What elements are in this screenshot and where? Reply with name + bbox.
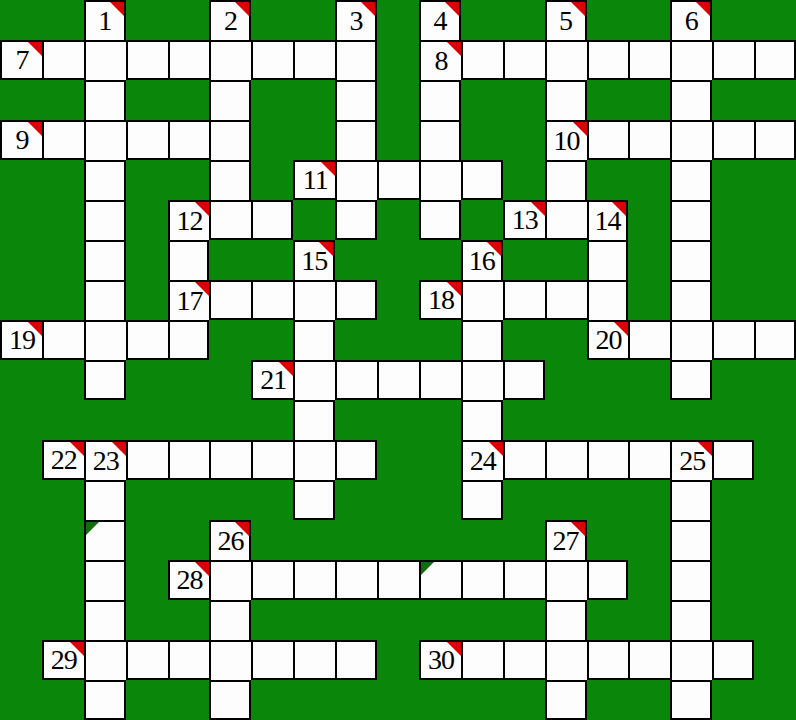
cell-r0-c10[interactable]: 4 — [419, 0, 461, 40]
cell-r5-c9 — [377, 200, 419, 240]
cell-r16-c18 — [754, 640, 796, 680]
cell-r7-c14[interactable] — [587, 280, 629, 320]
cell-r2-c3 — [126, 80, 168, 120]
cell-r6-c18 — [754, 240, 796, 280]
cell-r2-c5[interactable] — [209, 80, 251, 120]
cell-r1-c16[interactable] — [670, 40, 712, 80]
cell-r3-c16[interactable] — [670, 120, 712, 160]
cell-r8-c6 — [251, 320, 293, 360]
cell-r0-c1 — [42, 0, 84, 40]
clue-number-19: 19 — [2, 322, 42, 358]
cell-r8-c10 — [419, 320, 461, 360]
cell-r12-c15 — [628, 480, 670, 520]
cell-r4-c14 — [587, 160, 629, 200]
clue-number-20: 20 — [589, 322, 629, 358]
cell-r4-c4 — [168, 160, 210, 200]
cell-r12-c1 — [42, 480, 84, 520]
cell-r5-c5[interactable] — [209, 200, 251, 240]
cell-r7-c8[interactable] — [335, 280, 377, 320]
cell-r14-c2[interactable] — [84, 560, 126, 600]
cell-r2-c14 — [587, 80, 629, 120]
cell-r14-c11[interactable] — [461, 560, 503, 600]
cell-r17-c10 — [419, 680, 461, 720]
cell-r10-c14 — [587, 400, 629, 440]
cell-r5-c18 — [754, 200, 796, 240]
cell-r4-c1 — [42, 160, 84, 200]
cell-r16-c3[interactable] — [126, 640, 168, 680]
cell-r7-c1 — [42, 280, 84, 320]
cell-r17-c15 — [628, 680, 670, 720]
cell-r1-c11[interactable] — [461, 40, 503, 80]
cell-r3-c4[interactable] — [168, 120, 210, 160]
cell-r14-c7[interactable] — [293, 560, 335, 600]
cell-r6-c17 — [712, 240, 754, 280]
cell-r4-c10[interactable] — [419, 160, 461, 200]
cell-r10-c15 — [628, 400, 670, 440]
cell-r1-c3[interactable] — [126, 40, 168, 80]
cell-r7-c10[interactable]: 18 — [419, 280, 461, 320]
cell-r2-c0 — [0, 80, 42, 120]
cell-r16-c9 — [377, 640, 419, 680]
cell-r10-c5 — [209, 400, 251, 440]
cell-r8-c4[interactable] — [168, 320, 210, 360]
cell-r8-c11[interactable] — [461, 320, 503, 360]
cell-r2-c12 — [503, 80, 545, 120]
cell-r16-c16[interactable] — [670, 640, 712, 680]
cell-r8-c15[interactable] — [628, 320, 670, 360]
cell-r10-c7[interactable] — [293, 400, 335, 440]
cell-r8-c18[interactable] — [754, 320, 796, 360]
cell-r0-c13[interactable]: 5 — [545, 0, 587, 40]
cell-r9-c0 — [0, 360, 42, 400]
cell-r12-c11[interactable] — [461, 480, 503, 520]
cell-r15-c1 — [42, 600, 84, 640]
cell-r11-c9 — [377, 440, 419, 480]
cell-r11-c0 — [0, 440, 42, 480]
clue-number-30: 30 — [421, 642, 461, 678]
cell-r3-c2[interactable] — [84, 120, 126, 160]
cell-r8-c13 — [545, 320, 587, 360]
cell-r12-c10 — [419, 480, 461, 520]
cell-r11-c11[interactable]: 24 — [461, 440, 503, 480]
cell-r3-c17[interactable] — [712, 120, 754, 160]
cell-r16-c8[interactable] — [335, 640, 377, 680]
cell-r15-c6 — [251, 600, 293, 640]
cell-r14-c3 — [126, 560, 168, 600]
cell-r14-c9[interactable] — [377, 560, 419, 600]
cell-r14-c4[interactable]: 28 — [168, 560, 210, 600]
cell-r2-c1 — [42, 80, 84, 120]
cell-r3-c18[interactable] — [754, 120, 796, 160]
cell-r6-c14[interactable] — [587, 240, 629, 280]
cell-r13-c0 — [0, 520, 42, 560]
cell-r2-c10[interactable] — [419, 80, 461, 120]
cell-r9-c16[interactable] — [670, 360, 712, 400]
cell-r4-c2[interactable] — [84, 160, 126, 200]
cell-r15-c17 — [712, 600, 754, 640]
cell-r8-c1[interactable] — [42, 320, 84, 360]
cell-r3-c0[interactable]: 9 — [0, 120, 42, 160]
cell-r7-c15 — [628, 280, 670, 320]
cell-r6-c7[interactable]: 15 — [293, 240, 335, 280]
cell-r14-c15 — [628, 560, 670, 600]
cell-r7-c7[interactable] — [293, 280, 335, 320]
cell-r2-c2[interactable] — [84, 80, 126, 120]
cell-r10-c2 — [84, 400, 126, 440]
cell-r6-c3 — [126, 240, 168, 280]
cell-r7-c17 — [712, 280, 754, 320]
cell-r2-c9 — [377, 80, 419, 120]
cell-r16-c13[interactable] — [545, 640, 587, 680]
cell-r12-c0 — [0, 480, 42, 520]
cell-r2-c17 — [712, 80, 754, 120]
cell-r11-c12[interactable] — [503, 440, 545, 480]
cell-r11-c13[interactable] — [545, 440, 587, 480]
clue-number-1: 1 — [86, 2, 124, 40]
cell-r9-c11[interactable] — [461, 360, 503, 400]
cell-r11-c14[interactable] — [587, 440, 629, 480]
cell-r1-c7[interactable] — [293, 40, 335, 80]
clue-number-4: 4 — [421, 2, 459, 40]
cell-r11-c18 — [754, 440, 796, 480]
cell-r6-c11[interactable]: 16 — [461, 240, 503, 280]
cell-r5-c15 — [628, 200, 670, 240]
cell-r16-c4[interactable] — [168, 640, 210, 680]
cell-r16-c11[interactable] — [461, 640, 503, 680]
cell-r1-c1[interactable] — [42, 40, 84, 80]
cell-r14-c12[interactable] — [503, 560, 545, 600]
cell-r5-c0 — [0, 200, 42, 240]
cell-r0-c17 — [712, 0, 754, 40]
clue-number-11: 11 — [295, 162, 335, 198]
cell-r13-c13[interactable]: 27 — [545, 520, 587, 560]
cell-r8-c16[interactable] — [670, 320, 712, 360]
cell-r1-c4[interactable] — [168, 40, 210, 80]
clue-number-9: 9 — [2, 122, 42, 158]
cell-r7-c12[interactable] — [503, 280, 545, 320]
cell-r13-c1 — [42, 520, 84, 560]
cell-r14-c13[interactable] — [545, 560, 587, 600]
clue-number-22: 22 — [44, 442, 84, 478]
cell-r6-c16[interactable] — [670, 240, 712, 280]
cell-r9-c13 — [545, 360, 587, 400]
cell-r15-c15 — [628, 600, 670, 640]
cell-r7-c9 — [377, 280, 419, 320]
cell-r13-c18 — [754, 520, 796, 560]
cell-r13-c14 — [587, 520, 629, 560]
cell-r14-c1 — [42, 560, 84, 600]
cell-r12-c2[interactable] — [84, 480, 126, 520]
cell-r0-c0 — [0, 0, 42, 40]
cell-r11-c17[interactable] — [712, 440, 754, 480]
cell-r9-c7[interactable] — [293, 360, 335, 400]
cell-r15-c16[interactable] — [670, 600, 712, 640]
cell-r14-c0 — [0, 560, 42, 600]
cell-r15-c13[interactable] — [545, 600, 587, 640]
cell-r12-c13 — [545, 480, 587, 520]
cell-r1-c15[interactable] — [628, 40, 670, 80]
cell-r0-c3 — [126, 0, 168, 40]
cell-r0-c8[interactable]: 3 — [335, 0, 377, 40]
cell-r10-c13 — [545, 400, 587, 440]
cell-r7-c16[interactable] — [670, 280, 712, 320]
cell-r1-c6[interactable] — [251, 40, 293, 80]
cell-r15-c14 — [587, 600, 629, 640]
cell-r9-c8[interactable] — [335, 360, 377, 400]
cell-r16-c14[interactable] — [587, 640, 629, 680]
cell-r12-c3 — [126, 480, 168, 520]
cell-r1-c8[interactable] — [335, 40, 377, 80]
cell-r17-c1 — [42, 680, 84, 720]
cell-r5-c16[interactable] — [670, 200, 712, 240]
cell-r15-c12 — [503, 600, 545, 640]
cell-r4-c17 — [712, 160, 754, 200]
cell-r3-c3[interactable] — [126, 120, 168, 160]
cell-r6-c2[interactable] — [84, 240, 126, 280]
cell-r11-c1[interactable]: 22 — [42, 440, 84, 480]
cell-r5-c1 — [42, 200, 84, 240]
cell-r17-c7 — [293, 680, 335, 720]
cell-r6-c12 — [503, 240, 545, 280]
cell-r8-c3[interactable] — [126, 320, 168, 360]
cell-r14-c14[interactable] — [587, 560, 629, 600]
cell-r16-c7[interactable] — [293, 640, 335, 680]
cell-r13-c7 — [293, 520, 335, 560]
cell-r7-c2[interactable] — [84, 280, 126, 320]
cell-r9-c4 — [168, 360, 210, 400]
cell-r10-c18 — [754, 400, 796, 440]
cell-r0-c2[interactable]: 1 — [84, 0, 126, 40]
cell-r16-c17[interactable] — [712, 640, 754, 680]
cell-r2-c16[interactable] — [670, 80, 712, 120]
cell-r2-c18 — [754, 80, 796, 120]
cell-r8-c17[interactable] — [712, 320, 754, 360]
cell-r4-c16[interactable] — [670, 160, 712, 200]
cell-r9-c1 — [42, 360, 84, 400]
cell-r14-c17 — [712, 560, 754, 600]
cell-r7-c13[interactable] — [545, 280, 587, 320]
cell-r16-c10[interactable]: 30 — [419, 640, 461, 680]
cell-r10-c4 — [168, 400, 210, 440]
cell-r17-c13[interactable] — [545, 680, 587, 720]
cell-r1-c12[interactable] — [503, 40, 545, 80]
cell-r14-c8[interactable] — [335, 560, 377, 600]
cell-r13-c5[interactable]: 26 — [209, 520, 251, 560]
cell-r0-c6 — [251, 0, 293, 40]
cell-r11-c4[interactable] — [168, 440, 210, 480]
cell-r3-c12 — [503, 120, 545, 160]
clue-number-29: 29 — [44, 642, 84, 678]
cell-r5-c4[interactable]: 12 — [168, 200, 210, 240]
cell-r13-c2[interactable] — [84, 520, 126, 560]
cell-r10-c16 — [670, 400, 712, 440]
cell-r3-c13[interactable]: 10 — [545, 120, 587, 160]
cell-r12-c14 — [587, 480, 629, 520]
cell-r12-c9 — [377, 480, 419, 520]
cell-r8-c14[interactable]: 20 — [587, 320, 629, 360]
cell-r17-c8 — [335, 680, 377, 720]
cell-r14-c16[interactable] — [670, 560, 712, 600]
cell-r3-c1[interactable] — [42, 120, 84, 160]
cell-r14-c10[interactable] — [419, 560, 461, 600]
clue-number-10: 10 — [547, 122, 587, 160]
cell-r14-c5[interactable] — [209, 560, 251, 600]
clue-number-7: 7 — [2, 42, 42, 78]
cell-r8-c9 — [377, 320, 419, 360]
cell-r3-c9 — [377, 120, 419, 160]
cell-r15-c10 — [419, 600, 461, 640]
cell-r7-c0 — [0, 280, 42, 320]
cell-r13-c16[interactable] — [670, 520, 712, 560]
cell-r12-c17 — [712, 480, 754, 520]
cell-r7-c6[interactable] — [251, 280, 293, 320]
cell-r4-c13[interactable] — [545, 160, 587, 200]
cell-r17-c2[interactable] — [84, 680, 126, 720]
cell-r9-c10[interactable] — [419, 360, 461, 400]
cell-r13-c11 — [461, 520, 503, 560]
cell-r5-c14[interactable]: 14 — [587, 200, 629, 240]
cell-r9-c6[interactable]: 21 — [251, 360, 293, 400]
cell-r15-c7 — [293, 600, 335, 640]
cell-r1-c10[interactable]: 8 — [419, 40, 461, 80]
clue-number-8: 8 — [421, 42, 461, 80]
cell-r8-c8 — [335, 320, 377, 360]
cell-r15-c0 — [0, 600, 42, 640]
cell-r17-c18 — [754, 680, 796, 720]
cell-r2-c11 — [461, 80, 503, 120]
cell-r9-c5 — [209, 360, 251, 400]
cell-r0-c16[interactable]: 6 — [670, 0, 712, 40]
cell-r11-c6[interactable] — [251, 440, 293, 480]
cell-r1-c13[interactable] — [545, 40, 587, 80]
cell-r11-c16[interactable]: 25 — [670, 440, 712, 480]
cell-r3-c14[interactable] — [587, 120, 629, 160]
cell-r5-c13[interactable] — [545, 200, 587, 240]
cell-r8-c2[interactable] — [84, 320, 126, 360]
cell-r4-c7[interactable]: 11 — [293, 160, 335, 200]
cell-r11-c7[interactable] — [293, 440, 335, 480]
cell-r1-c2[interactable] — [84, 40, 126, 80]
cell-r1-c17[interactable] — [712, 40, 754, 80]
cell-r7-c4[interactable]: 17 — [168, 280, 210, 320]
cell-r15-c5[interactable] — [209, 600, 251, 640]
cell-r0-c14 — [587, 0, 629, 40]
cell-r10-c12 — [503, 400, 545, 440]
cell-r0-c5[interactable]: 2 — [209, 0, 251, 40]
cell-r7-c5[interactable] — [209, 280, 251, 320]
cell-r3-c10[interactable] — [419, 120, 461, 160]
cell-r6-c13 — [545, 240, 587, 280]
cell-r1-c5[interactable] — [209, 40, 251, 80]
cell-r12-c5 — [209, 480, 251, 520]
cell-r8-c7[interactable] — [293, 320, 335, 360]
cell-r16-c5[interactable] — [209, 640, 251, 680]
cell-r8-c0[interactable]: 19 — [0, 320, 42, 360]
cell-r1-c0[interactable]: 7 — [0, 40, 42, 80]
cell-r15-c4 — [168, 600, 210, 640]
cell-r17-c16[interactable] — [670, 680, 712, 720]
crossword-board: 1234567891011121314151617181920212223242… — [0, 0, 796, 720]
cell-r10-c3 — [126, 400, 168, 440]
cell-r12-c16[interactable] — [670, 480, 712, 520]
cell-r5-c10[interactable] — [419, 200, 461, 240]
cell-r16-c1[interactable]: 29 — [42, 640, 84, 680]
cell-r17-c3 — [126, 680, 168, 720]
cell-r4-c11[interactable] — [461, 160, 503, 200]
cell-r10-c11[interactable] — [461, 400, 503, 440]
cell-r4-c8[interactable] — [335, 160, 377, 200]
cell-r2-c8[interactable] — [335, 80, 377, 120]
cell-r10-c8 — [335, 400, 377, 440]
cell-r3-c5[interactable] — [209, 120, 251, 160]
cell-r9-c3 — [126, 360, 168, 400]
cell-r11-c3[interactable] — [126, 440, 168, 480]
cell-r7-c18 — [754, 280, 796, 320]
cell-r11-c5[interactable] — [209, 440, 251, 480]
cell-r6-c10 — [419, 240, 461, 280]
cell-r5-c8[interactable] — [335, 200, 377, 240]
cell-r5-c6[interactable] — [251, 200, 293, 240]
cell-r9-c2[interactable] — [84, 360, 126, 400]
cell-r16-c15[interactable] — [628, 640, 670, 680]
cell-r9-c9[interactable] — [377, 360, 419, 400]
cell-r16-c12[interactable] — [503, 640, 545, 680]
cell-r2-c6 — [251, 80, 293, 120]
cell-r7-c11[interactable] — [461, 280, 503, 320]
cell-r17-c17 — [712, 680, 754, 720]
cell-r4-c9[interactable] — [377, 160, 419, 200]
cell-r13-c10 — [419, 520, 461, 560]
clue-number-28: 28 — [170, 562, 210, 598]
cell-r15-c2[interactable] — [84, 600, 126, 640]
cell-r8-c5 — [209, 320, 251, 360]
cell-r11-c15[interactable] — [628, 440, 670, 480]
cell-r4-c0 — [0, 160, 42, 200]
clue-number-18: 18 — [421, 282, 461, 318]
cell-r4-c5[interactable] — [209, 160, 251, 200]
clue-number-3: 3 — [337, 2, 375, 40]
cell-r0-c11 — [461, 0, 503, 40]
cell-r0-c18 — [754, 0, 796, 40]
cell-r2-c7 — [293, 80, 335, 120]
cell-r16-c6[interactable] — [251, 640, 293, 680]
cell-r9-c12[interactable] — [503, 360, 545, 400]
cell-r8-c12 — [503, 320, 545, 360]
cell-r3-c8[interactable] — [335, 120, 377, 160]
cell-r6-c6 — [251, 240, 293, 280]
cell-r13-c15 — [628, 520, 670, 560]
cell-r12-c8 — [335, 480, 377, 520]
cell-r1-c18[interactable] — [754, 40, 796, 80]
cell-r14-c6[interactable] — [251, 560, 293, 600]
cell-r16-c2[interactable] — [84, 640, 126, 680]
cell-r17-c0 — [0, 680, 42, 720]
cell-r7-c3 — [126, 280, 168, 320]
cell-r17-c11 — [461, 680, 503, 720]
cell-r5-c12[interactable]: 13 — [503, 200, 545, 240]
cell-r17-c5[interactable] — [209, 680, 251, 720]
cell-r11-c8[interactable] — [335, 440, 377, 480]
cell-r11-c2[interactable]: 23 — [84, 440, 126, 480]
cell-r2-c13[interactable] — [545, 80, 587, 120]
cell-r10-c6 — [251, 400, 293, 440]
cell-r3-c15[interactable] — [628, 120, 670, 160]
cell-r12-c7[interactable] — [293, 480, 335, 520]
cell-r6-c4[interactable] — [168, 240, 210, 280]
cell-r5-c2[interactable] — [84, 200, 126, 240]
cell-r6-c8 — [335, 240, 377, 280]
cell-r1-c14[interactable] — [587, 40, 629, 80]
